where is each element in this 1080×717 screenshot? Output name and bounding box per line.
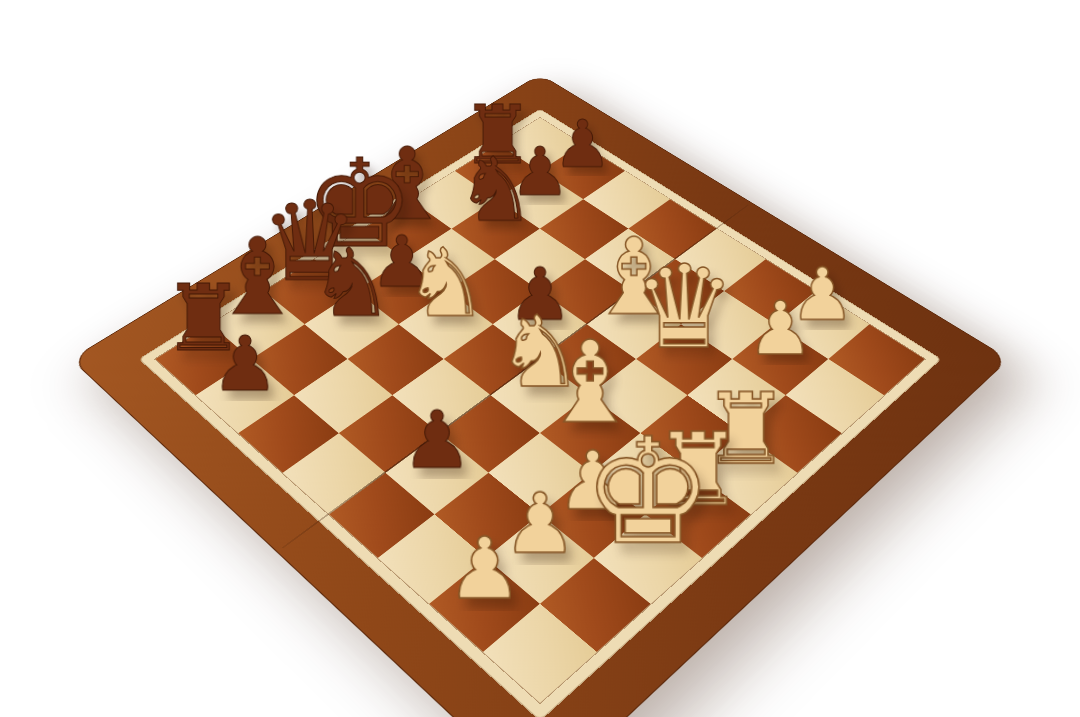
white-king-glyph: ♚: [583, 418, 714, 564]
white-knight-glyph: ♞: [404, 236, 488, 330]
black-knight-glyph: ♞: [310, 236, 394, 330]
black-pawn-glyph: ♟: [402, 399, 473, 478]
white-pawn-glyph: ♟: [747, 291, 813, 365]
maple-border: ♜♝♛♚♝♜♟♞♟♞♟♟♞♟♟♞♝♝♛♟♟♟♟♟♚♜♜: [138, 108, 941, 717]
chessboard-frame: ♜♝♛♚♝♜♟♞♟♞♟♟♞♟♟♞♝♝♛♟♟♟♟♟♚♜♜: [70, 73, 1009, 717]
square-f7: ♞: [305, 291, 399, 359]
product-photo-scene: ♜♝♛♚♝♜♟♞♟♞♟♟♞♟♟♞♝♝♛♟♟♟♟♟♚♜♜: [0, 0, 1080, 717]
chess-board: ♜♝♛♚♝♜♟♞♟♞♟♟♞♟♟♞♝♝♛♟♟♟♟♟♚♜♜: [155, 117, 924, 702]
square-e6: ♞: [399, 291, 493, 359]
black-pawn-glyph: ♟: [211, 325, 279, 401]
black-knight-glyph: ♞: [456, 145, 535, 233]
white-pawn-glyph: ♟: [446, 525, 522, 610]
white-queen-glyph: ♛: [633, 250, 736, 365]
